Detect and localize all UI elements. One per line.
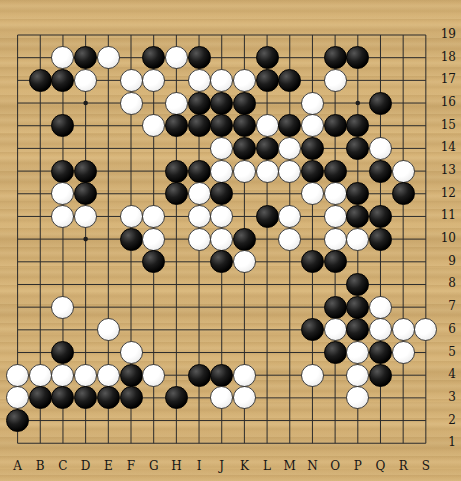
white-stone-F11 — [120, 205, 143, 228]
black-stone-I16 — [188, 92, 211, 115]
black-stone-F3 — [120, 386, 143, 409]
white-stone-G11 — [142, 205, 165, 228]
col-label-I: I — [187, 459, 211, 473]
row-label-2: 2 — [430, 413, 456, 427]
white-stone-Q7 — [369, 296, 392, 319]
black-stone-L17 — [256, 69, 279, 92]
white-stone-I12 — [188, 182, 211, 205]
row-label-3: 3 — [430, 390, 456, 404]
white-stone-O17 — [324, 69, 347, 92]
black-stone-L11 — [256, 205, 279, 228]
black-stone-O9 — [324, 250, 347, 273]
black-stone-N14 — [301, 137, 324, 160]
black-stone-Q13 — [369, 160, 392, 183]
col-label-J: J — [210, 459, 234, 473]
white-stone-J17 — [210, 69, 233, 92]
black-stone-P7 — [346, 296, 369, 319]
black-stone-N13 — [301, 160, 324, 183]
black-stone-H15 — [165, 114, 188, 137]
white-stone-O10 — [324, 228, 347, 251]
white-stone-C7 — [51, 296, 74, 319]
white-stone-K17 — [233, 69, 256, 92]
white-stone-Q14 — [369, 137, 392, 160]
white-stone-I11 — [188, 205, 211, 228]
white-stone-N4 — [301, 364, 324, 387]
white-stone-R13 — [392, 160, 415, 183]
black-stone-K16 — [233, 92, 256, 115]
row-label-7: 7 — [430, 299, 456, 313]
white-stone-K4 — [233, 364, 256, 387]
black-stone-H12 — [165, 182, 188, 205]
white-stone-D4 — [74, 364, 97, 387]
row-label-9: 9 — [430, 254, 456, 268]
black-stone-I4 — [188, 364, 211, 387]
black-stone-O15 — [324, 114, 347, 137]
black-stone-J4 — [210, 364, 233, 387]
col-label-Q: Q — [368, 459, 392, 473]
black-stone-H13 — [165, 160, 188, 183]
white-stone-P4 — [346, 364, 369, 387]
white-stone-N15 — [301, 114, 324, 137]
row-label-8: 8 — [430, 276, 456, 290]
white-stone-F16 — [120, 92, 143, 115]
white-stone-A4 — [6, 364, 29, 387]
white-stone-M10 — [278, 228, 301, 251]
black-stone-O13 — [324, 160, 347, 183]
black-stone-L18 — [256, 46, 279, 69]
white-stone-L15 — [256, 114, 279, 137]
col-label-F: F — [119, 459, 143, 473]
col-label-C: C — [51, 459, 75, 473]
col-label-D: D — [74, 459, 98, 473]
row-label-1: 1 — [430, 435, 456, 449]
row-label-16: 16 — [430, 95, 456, 109]
black-stone-F10 — [120, 228, 143, 251]
white-stone-B4 — [29, 364, 52, 387]
white-stone-R6 — [392, 318, 415, 341]
black-stone-A2 — [6, 409, 29, 432]
black-stone-C13 — [51, 160, 74, 183]
white-stone-M13 — [278, 160, 301, 183]
black-stone-J16 — [210, 92, 233, 115]
white-stone-G10 — [142, 228, 165, 251]
white-stone-D11 — [74, 205, 97, 228]
black-stone-K14 — [233, 137, 256, 160]
col-label-M: M — [278, 459, 302, 473]
row-label-4: 4 — [430, 367, 456, 381]
white-stone-K13 — [233, 160, 256, 183]
col-label-G: G — [142, 459, 166, 473]
white-stone-J13 — [210, 160, 233, 183]
white-stone-R5 — [392, 341, 415, 364]
black-stone-O18 — [324, 46, 347, 69]
row-label-17: 17 — [430, 72, 456, 86]
black-stone-Q4 — [369, 364, 392, 387]
white-stone-O11 — [324, 205, 347, 228]
black-stone-I15 — [188, 114, 211, 137]
white-stone-F17 — [120, 69, 143, 92]
row-label-15: 15 — [430, 118, 456, 132]
black-stone-M17 — [278, 69, 301, 92]
white-stone-H18 — [165, 46, 188, 69]
row-label-13: 13 — [430, 163, 456, 177]
go-board[interactable]: ABCDEFGHIJKLMNOPQRS 19181716151413121110… — [0, 0, 461, 481]
black-stone-B3 — [29, 386, 52, 409]
black-stone-O5 — [324, 341, 347, 364]
white-stone-E18 — [97, 46, 120, 69]
black-stone-F4 — [120, 364, 143, 387]
col-label-B: B — [28, 459, 52, 473]
col-label-P: P — [346, 459, 370, 473]
white-stone-O6 — [324, 318, 347, 341]
col-label-L: L — [255, 459, 279, 473]
col-label-S: S — [414, 459, 438, 473]
hoshi-point — [83, 237, 88, 242]
black-stone-Q11 — [369, 205, 392, 228]
white-stone-L13 — [256, 160, 279, 183]
col-label-A: A — [6, 459, 30, 473]
row-label-5: 5 — [430, 345, 456, 359]
black-stone-Q16 — [369, 92, 392, 115]
row-label-19: 19 — [430, 27, 456, 41]
white-stone-I10 — [188, 228, 211, 251]
white-stone-D17 — [74, 69, 97, 92]
row-label-12: 12 — [430, 186, 456, 200]
row-label-11: 11 — [430, 208, 456, 222]
white-stone-N16 — [301, 92, 324, 115]
black-stone-D13 — [74, 160, 97, 183]
col-label-R: R — [391, 459, 415, 473]
col-label-O: O — [323, 459, 347, 473]
white-stone-P10 — [346, 228, 369, 251]
black-stone-K10 — [233, 228, 256, 251]
white-stone-H16 — [165, 92, 188, 115]
black-stone-R12 — [392, 182, 415, 205]
white-stone-O12 — [324, 182, 347, 205]
white-stone-E4 — [97, 364, 120, 387]
black-stone-L14 — [256, 137, 279, 160]
row-label-10: 10 — [430, 231, 456, 245]
white-stone-G17 — [142, 69, 165, 92]
row-label-14: 14 — [430, 140, 456, 154]
black-stone-B17 — [29, 69, 52, 92]
black-stone-I18 — [188, 46, 211, 69]
black-stone-K15 — [233, 114, 256, 137]
black-stone-I13 — [188, 160, 211, 183]
white-stone-G4 — [142, 364, 165, 387]
hoshi-point — [356, 101, 361, 106]
col-label-H: H — [164, 459, 188, 473]
black-stone-O7 — [324, 296, 347, 319]
col-label-K: K — [232, 459, 256, 473]
black-stone-Q10 — [369, 228, 392, 251]
col-label-E: E — [96, 459, 120, 473]
row-label-18: 18 — [430, 50, 456, 64]
white-stone-J11 — [210, 205, 233, 228]
white-stone-M14 — [278, 137, 301, 160]
white-stone-C4 — [51, 364, 74, 387]
white-stone-E6 — [97, 318, 120, 341]
white-stone-J10 — [210, 228, 233, 251]
hoshi-point — [83, 101, 88, 106]
black-stone-Q5 — [369, 341, 392, 364]
col-label-N: N — [300, 459, 324, 473]
white-stone-I17 — [188, 69, 211, 92]
white-stone-F5 — [120, 341, 143, 364]
row-label-6: 6 — [430, 322, 456, 336]
white-stone-J14 — [210, 137, 233, 160]
